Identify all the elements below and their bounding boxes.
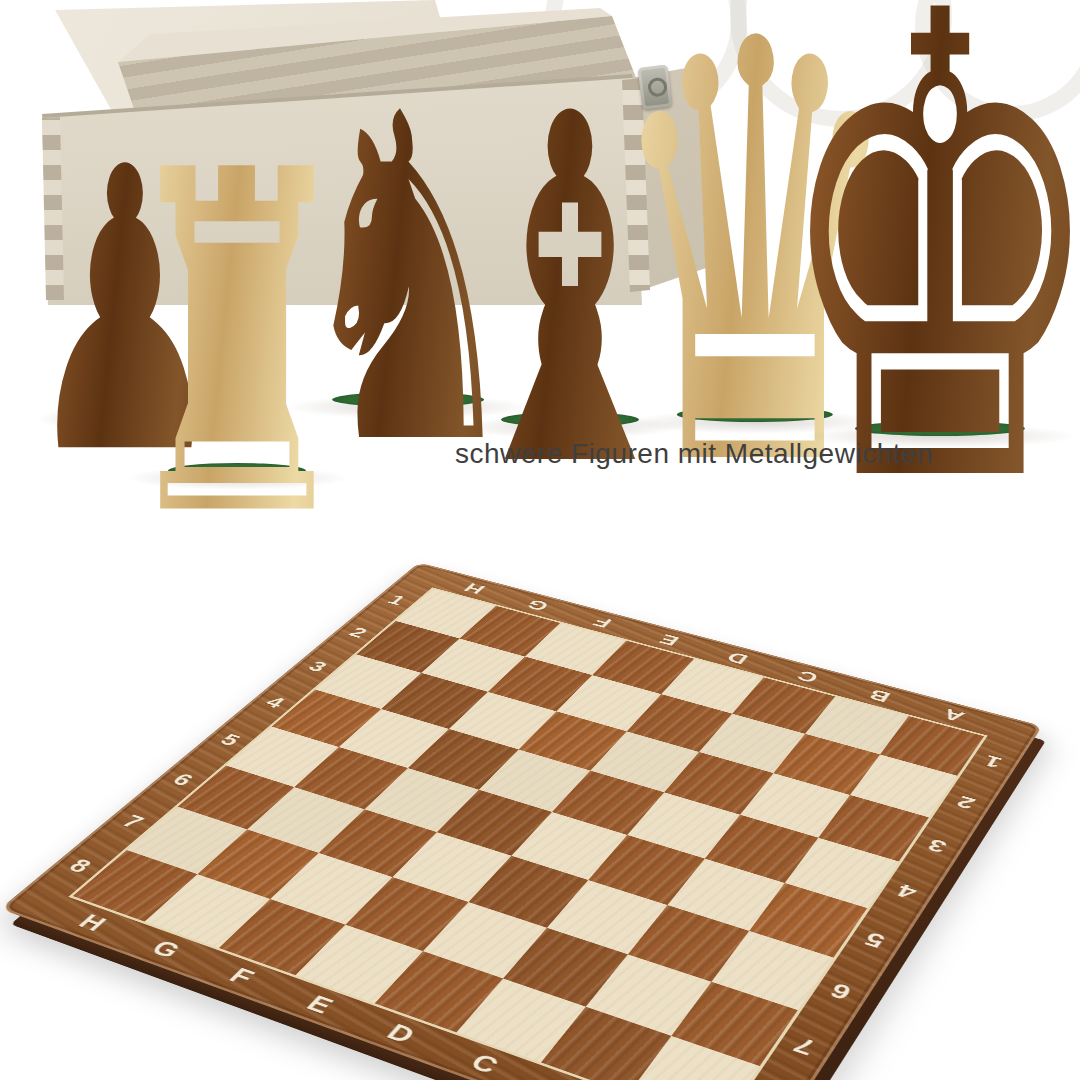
caption: schwere Figuren mit Metallgewichten <box>455 438 933 470</box>
chess-board: HGFEDCBAHGFEDCBA1234567812345678 <box>0 562 1042 1080</box>
board-section: HGFEDCBAHGFEDCBA1234567812345678 <box>0 540 1080 1080</box>
photo-section: ♟♜♞♝♛♚ schwere Figuren mit Metallgewicht… <box>0 0 1080 540</box>
product-image-page: ♟♜♞♝♛♚ schwere Figuren mit Metallgewicht… <box>0 0 1080 1080</box>
